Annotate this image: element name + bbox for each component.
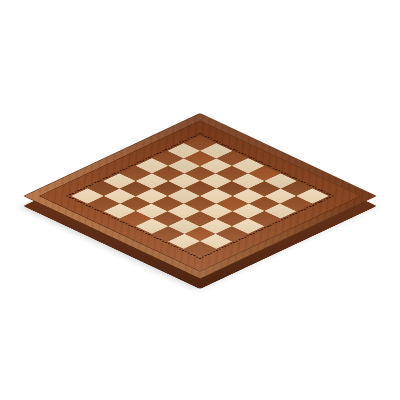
- chess-board: [23, 113, 377, 279]
- product-photo-background: [0, 0, 400, 400]
